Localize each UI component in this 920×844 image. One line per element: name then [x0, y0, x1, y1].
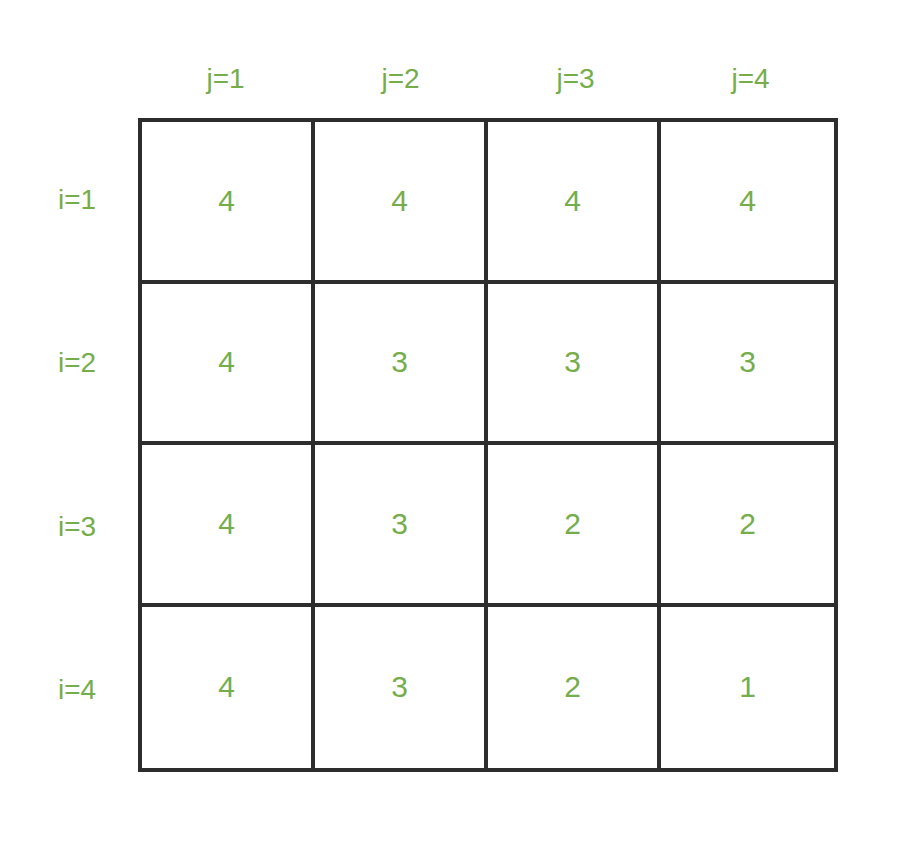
- cell-i3-j4: 2: [661, 445, 834, 607]
- cell-i4-j1: 4: [142, 607, 315, 769]
- number-grid: 4444433343224321: [138, 118, 838, 772]
- col-header-j4: j=4: [663, 60, 838, 98]
- cell-i1-j2: 4: [315, 122, 488, 284]
- col-header-j1: j=1: [138, 60, 313, 98]
- row-header-i3: i=3: [0, 445, 138, 609]
- cell-i2-j1: 4: [142, 284, 315, 446]
- cell-i3-j1: 4: [142, 445, 315, 607]
- column-header-row: j=1j=2j=3j=4: [138, 60, 838, 98]
- cell-i3-j3: 2: [488, 445, 661, 607]
- cell-i4-j4: 1: [661, 607, 834, 769]
- cell-i1-j1: 4: [142, 122, 315, 284]
- row-header-i1: i=1: [0, 118, 138, 282]
- cell-i4-j2: 3: [315, 607, 488, 769]
- cell-i4-j3: 2: [488, 607, 661, 769]
- row-header-column: i=1i=2i=3i=4: [0, 118, 138, 772]
- cell-i2-j4: 3: [661, 284, 834, 446]
- diagram-canvas: j=1j=2j=3j=4 i=1i=2i=3i=4 44444333432243…: [0, 0, 920, 844]
- cell-i1-j4: 4: [661, 122, 834, 284]
- cell-i2-j3: 3: [488, 284, 661, 446]
- cell-i3-j2: 3: [315, 445, 488, 607]
- col-header-j3: j=3: [488, 60, 663, 98]
- row-header-i2: i=2: [0, 282, 138, 446]
- cell-i2-j2: 3: [315, 284, 488, 446]
- col-header-j2: j=2: [313, 60, 488, 98]
- row-header-i4: i=4: [0, 609, 138, 773]
- cell-i1-j3: 4: [488, 122, 661, 284]
